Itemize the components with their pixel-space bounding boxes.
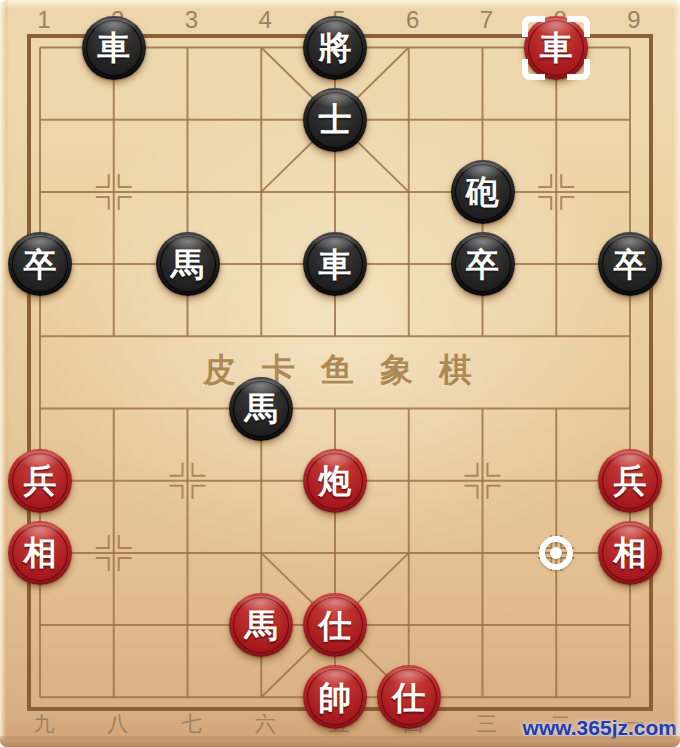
piece-face: 帥	[307, 669, 363, 725]
piece-red-cannon[interactable]: 炮	[303, 449, 367, 513]
piece-black-horse[interactable]: 馬	[156, 232, 220, 296]
piece-face: 車	[528, 20, 584, 76]
xiangqi-board: 123456789 九八七六五四三二一 皮卡鱼象棋 車將車士砲卒馬車卒卒馬兵炮兵…	[0, 0, 680, 747]
piece-black-soldier[interactable]: 卒	[451, 232, 515, 296]
piece-red-general[interactable]: 帥	[303, 665, 367, 729]
piece-glyph: 車	[540, 31, 573, 64]
piece-face: 卒	[455, 236, 511, 292]
piece-red-elephant[interactable]: 相	[8, 521, 72, 585]
piece-face: 仕	[381, 669, 437, 725]
piece-face: 兵	[602, 453, 658, 509]
file-label-bottom-4: 六	[255, 710, 276, 738]
file-label-top-3: 3	[185, 6, 198, 34]
piece-face: 炮	[307, 453, 363, 509]
file-label-top-6: 6	[406, 6, 419, 34]
piece-glyph: 兵	[24, 464, 57, 497]
piece-face: 相	[12, 525, 68, 581]
file-label-bottom-3: 七	[181, 710, 202, 738]
piece-face: 仕	[307, 597, 363, 653]
piece-black-advisor[interactable]: 士	[303, 88, 367, 152]
site-watermark: www.365jz.com	[523, 716, 677, 740]
file-label-top-9: 9	[627, 6, 640, 34]
piece-red-chariot[interactable]: 車	[524, 16, 588, 80]
file-label-top-1: 1	[37, 6, 50, 34]
piece-red-elephant[interactable]: 相	[598, 521, 662, 585]
piece-glyph: 仕	[392, 681, 425, 714]
piece-glyph: 卒	[24, 248, 57, 281]
piece-black-chariot[interactable]: 車	[82, 16, 146, 80]
piece-glyph: 士	[319, 103, 352, 136]
piece-glyph: 車	[319, 248, 352, 281]
piece-glyph: 相	[24, 536, 57, 569]
piece-red-horse[interactable]: 馬	[229, 593, 293, 657]
piece-face: 車	[307, 236, 363, 292]
file-label-bottom-1: 九	[34, 710, 55, 738]
piece-glyph: 卒	[466, 248, 499, 281]
piece-glyph: 馬	[171, 248, 204, 281]
piece-face: 兵	[12, 453, 68, 509]
piece-face: 砲	[455, 164, 511, 220]
piece-black-general[interactable]: 將	[303, 16, 367, 80]
file-label-top-4: 4	[259, 6, 272, 34]
piece-red-soldier[interactable]: 兵	[8, 449, 72, 513]
piece-glyph: 馬	[245, 609, 278, 642]
piece-glyph: 兵	[614, 464, 647, 497]
piece-black-soldier[interactable]: 卒	[598, 232, 662, 296]
piece-glyph: 仕	[319, 609, 352, 642]
file-label-top-7: 7	[480, 6, 493, 34]
piece-face: 將	[307, 20, 363, 76]
piece-glyph: 將	[319, 31, 352, 64]
last-move-from-marker	[539, 536, 573, 570]
piece-face: 馬	[160, 236, 216, 292]
piece-black-soldier[interactable]: 卒	[8, 232, 72, 296]
piece-face: 馬	[233, 381, 289, 437]
piece-red-soldier[interactable]: 兵	[598, 449, 662, 513]
piece-red-advisor[interactable]: 仕	[377, 665, 441, 729]
piece-face: 馬	[233, 597, 289, 653]
piece-black-chariot[interactable]: 車	[303, 232, 367, 296]
piece-face: 車	[86, 20, 142, 76]
file-label-bottom-2: 八	[107, 710, 128, 738]
piece-glyph: 卒	[614, 248, 647, 281]
piece-face: 士	[307, 92, 363, 148]
piece-glyph: 砲	[466, 175, 499, 208]
piece-black-cannon[interactable]: 砲	[451, 160, 515, 224]
piece-face: 相	[602, 525, 658, 581]
piece-glyph: 馬	[245, 392, 278, 425]
piece-face: 卒	[12, 236, 68, 292]
file-label-bottom-7: 三	[476, 710, 497, 738]
piece-red-advisor[interactable]: 仕	[303, 593, 367, 657]
piece-glyph: 車	[97, 31, 130, 64]
piece-face: 卒	[602, 236, 658, 292]
piece-black-horse[interactable]: 馬	[229, 377, 293, 441]
piece-glyph: 帥	[319, 681, 352, 714]
piece-glyph: 相	[614, 536, 647, 569]
piece-glyph: 炮	[319, 464, 352, 497]
